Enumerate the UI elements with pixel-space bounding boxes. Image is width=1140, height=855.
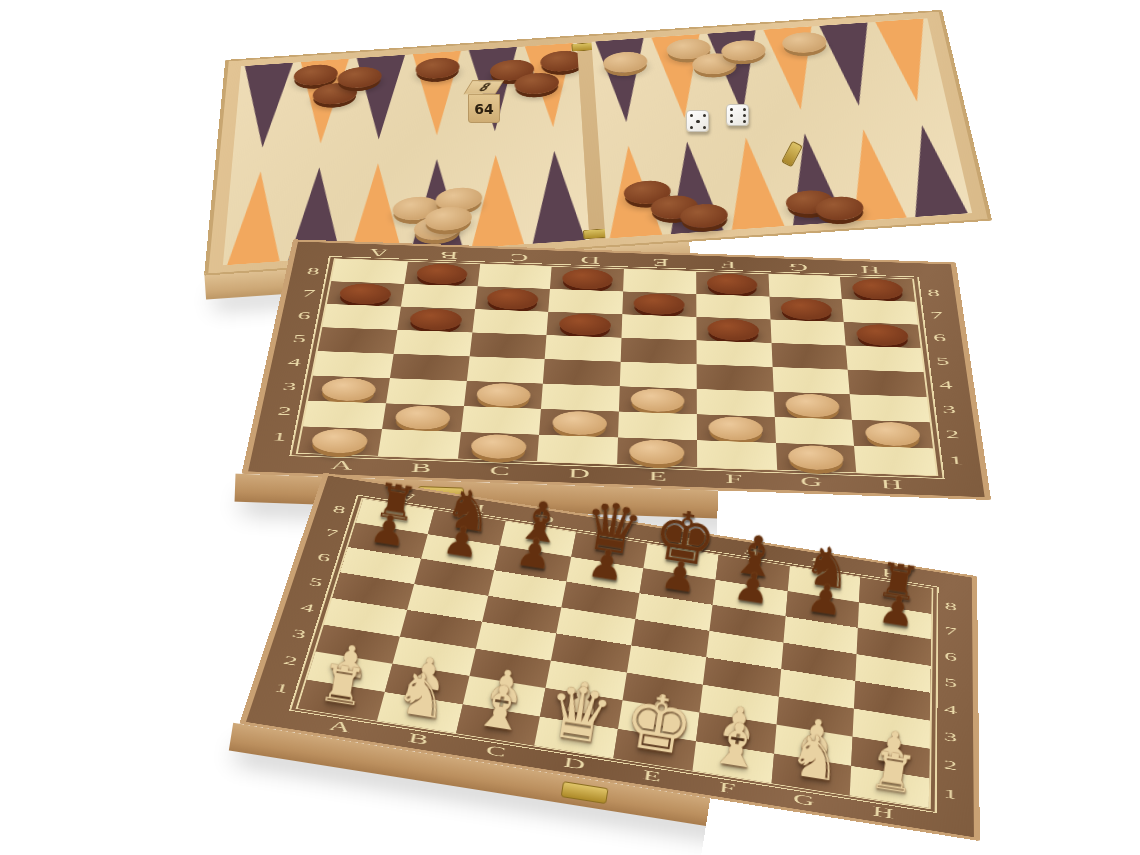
file-label: E: [642, 766, 662, 785]
die-pip: [690, 126, 693, 129]
square-d5: [545, 335, 622, 362]
square-h4: [848, 370, 927, 397]
rank-label: 7: [929, 309, 943, 321]
draughts-piece-dark: [338, 283, 392, 305]
square-c5: [469, 332, 547, 359]
rank-label: 4: [944, 701, 957, 717]
square-h6: [844, 322, 921, 348]
backgammon-point: [591, 38, 655, 124]
square-g6: [770, 319, 846, 345]
die-pip: [743, 114, 746, 117]
draughts-piece-dark: [851, 278, 903, 300]
die-pip: [690, 114, 693, 117]
file-label: A: [368, 247, 389, 260]
file-label: C: [484, 742, 507, 761]
square-h7: [842, 299, 918, 324]
draughts-piece-light: [551, 410, 607, 435]
backgammon-point: [599, 144, 667, 239]
square-f1: [697, 440, 777, 469]
square-e6: [621, 314, 696, 340]
square-b4: [390, 354, 470, 381]
rank-label: 4: [299, 600, 316, 615]
square-h5: [846, 346, 924, 373]
draughts-piece-light: [394, 405, 451, 430]
die-pip: [743, 120, 746, 123]
draughts-piece-dark: [409, 308, 463, 331]
draughts-piece-light: [476, 383, 532, 408]
rank-label: 8: [306, 265, 321, 277]
rank-label: 6: [296, 309, 311, 321]
square-c6: [472, 309, 549, 335]
backgammon-point: [834, 127, 911, 221]
rank-label: 6: [316, 550, 333, 564]
file-label: E: [652, 256, 668, 269]
file-label: D: [562, 754, 586, 773]
square-e1: [617, 437, 697, 466]
backgammon-points-row: [591, 18, 946, 124]
draughts-piece-dark: [486, 288, 539, 310]
square-a2: [303, 401, 386, 430]
backgammon-half-right: [591, 18, 972, 238]
square-a4: [313, 351, 393, 378]
square-g3: [773, 392, 852, 420]
file-label: G: [793, 790, 815, 809]
square-e2: [618, 412, 697, 441]
rank-label: 2: [276, 404, 292, 418]
rank-label: 1: [948, 453, 964, 467]
die-pip: [730, 120, 733, 123]
square-f4: [696, 364, 773, 391]
die-pip: [696, 120, 699, 123]
square-b5: [393, 330, 471, 357]
rank-label: 2: [282, 653, 300, 669]
chess-piece-white-queen: ♛: [535, 675, 624, 754]
rank-label: 7: [301, 287, 316, 299]
square-c7: [475, 286, 551, 311]
chess-piece-white-knight: ♞: [771, 725, 858, 791]
rank-label: 1: [944, 785, 958, 802]
square-d1: [537, 435, 618, 464]
backgammon-board: [204, 10, 992, 276]
doubling-cube-front-face: 64: [468, 94, 500, 123]
square-f5: [696, 340, 772, 367]
square-b1: [378, 429, 461, 458]
square-f6: [696, 317, 771, 343]
file-label: D: [581, 254, 601, 267]
draughts-piece-light: [320, 377, 378, 402]
square-a5: [318, 327, 397, 354]
draughts-piece-light: [631, 388, 685, 413]
square-e1: ♚: [613, 729, 695, 771]
square-d6: [547, 312, 623, 338]
square-c8: [477, 264, 552, 289]
square-b2: [382, 403, 464, 432]
draughts-piece-dark: [780, 298, 832, 320]
rank-label: 6: [932, 332, 947, 345]
square-g1: [775, 443, 856, 472]
chess-piece-white-bishop: ♝: [693, 712, 780, 778]
file-label: F: [725, 471, 742, 487]
rank-label: 5: [935, 355, 950, 368]
square-g7: [769, 297, 844, 322]
rank-label: 3: [290, 626, 308, 642]
die-pip: [743, 108, 746, 111]
square-b6: [397, 307, 474, 333]
square-c4: [466, 356, 545, 383]
chess-piece-white-knight: ♞: [378, 662, 465, 728]
die-pip: [703, 126, 706, 129]
chess-board: ABCDEFGHABCDEFGH8765432187654321♜♞♝♛♚♝♞♜…: [239, 473, 980, 841]
chess-piece-white-king: ♚: [614, 684, 704, 766]
file-label: H: [880, 476, 903, 492]
rank-label: 1: [273, 680, 291, 696]
rank-label: 2: [944, 757, 957, 774]
backgammon-point: [525, 149, 590, 244]
draughts-piece-light: [785, 393, 840, 418]
die-pip: [730, 108, 733, 111]
square-f3: [697, 389, 775, 417]
square-e8: [623, 269, 696, 294]
backgammon-half-left: [223, 43, 590, 265]
square-e5: [621, 338, 697, 365]
die-pip: [730, 114, 733, 117]
backgammon-point: [871, 18, 946, 104]
square-b3: [386, 378, 467, 406]
chess-piece-white-bishop: ♝: [457, 675, 544, 741]
square-d3: [541, 384, 620, 412]
file-label: C: [510, 252, 529, 265]
backgammon-point: [815, 22, 888, 108]
square-d2: [539, 409, 619, 438]
square-h3: [850, 394, 930, 422]
square-g4: [772, 367, 850, 394]
rank-label: 3: [944, 729, 957, 745]
draughts-piece-dark: [855, 324, 909, 347]
backgammon-point: [233, 62, 297, 149]
doubling-cube: 8 64: [468, 80, 500, 123]
square-a3: [308, 376, 390, 404]
square-h8: [840, 277, 915, 302]
square-g2: [774, 417, 854, 446]
square-g5: [771, 343, 848, 370]
rank-label: 2: [945, 428, 960, 442]
square-d7: [548, 289, 623, 314]
square-c1: [457, 432, 539, 461]
square-h1: [854, 446, 936, 476]
rank-label: 8: [331, 503, 347, 517]
rank-label: 5: [944, 675, 957, 690]
draughts-piece-dark: [416, 263, 469, 285]
square-c2: [461, 406, 542, 435]
square-a7: [327, 281, 404, 306]
backgammon-points-row: [233, 43, 582, 150]
rank-label: 4: [938, 378, 953, 391]
square-d4: [543, 359, 621, 386]
draughts-piece-dark: [561, 268, 612, 290]
rank-label: 5: [292, 332, 308, 345]
square-a6: [322, 304, 400, 330]
file-label: D: [568, 465, 590, 481]
square-e4: [620, 362, 697, 389]
rank-label: 7: [944, 624, 957, 639]
draughts-piece-light: [470, 434, 527, 460]
file-label: G: [800, 474, 822, 490]
rank-label: 6: [944, 649, 957, 664]
brass-latch-icon: [561, 781, 609, 804]
square-g8: [768, 274, 842, 299]
draughts-piece-light: [709, 416, 764, 441]
doubling-cube-top-face: 8: [464, 80, 505, 94]
rank-label: 3: [942, 403, 957, 417]
die-showing-6: [726, 104, 749, 126]
rank-label: 7: [323, 526, 339, 540]
square-h2: [852, 420, 933, 449]
square-c3: [463, 381, 543, 409]
file-label: E: [648, 468, 666, 484]
file-label: F: [718, 778, 736, 797]
backgammon-point: [893, 123, 972, 217]
square-b8: [404, 262, 480, 287]
file-label: H: [872, 803, 894, 823]
draughts-piece-dark: [707, 273, 758, 295]
die-showing-5: [686, 110, 709, 132]
square-b7: [401, 284, 477, 309]
square-f7: [696, 294, 770, 319]
file-label: G: [788, 261, 808, 274]
die-pip: [703, 114, 706, 117]
rank-label: 8: [945, 599, 957, 613]
draughts-piece-light: [629, 439, 684, 465]
draughts-piece-dark: [558, 313, 611, 336]
rank-label: 4: [287, 356, 303, 369]
file-label: B: [407, 729, 431, 748]
rank-labels-right: 87654321: [931, 591, 970, 811]
square-f2: [697, 414, 776, 443]
draughts-piece-dark: [708, 318, 760, 341]
square-d8: [550, 267, 624, 292]
file-label: H: [860, 264, 880, 277]
file-label: F: [721, 259, 736, 272]
draughts-piece-dark: [634, 293, 685, 315]
file-label: B: [440, 249, 459, 262]
square-a8: [331, 259, 407, 284]
rank-label: 3: [282, 380, 298, 393]
square-e3: [619, 386, 697, 414]
draughts-piece-light: [788, 445, 845, 471]
backgammon-points-row: [599, 123, 972, 238]
rank-label: 5: [307, 575, 324, 590]
file-label: A: [327, 717, 353, 736]
draughts-piece-light: [864, 421, 921, 446]
draughts-playing-field: [298, 259, 936, 475]
product-photo-3in1-game-set: 8 64 ABCDEFGHABCDEFGH8765432187654321 AB…: [0, 0, 1140, 855]
rank-label: 8: [927, 287, 941, 299]
square-e7: [622, 291, 696, 316]
square-f8: [696, 272, 769, 297]
